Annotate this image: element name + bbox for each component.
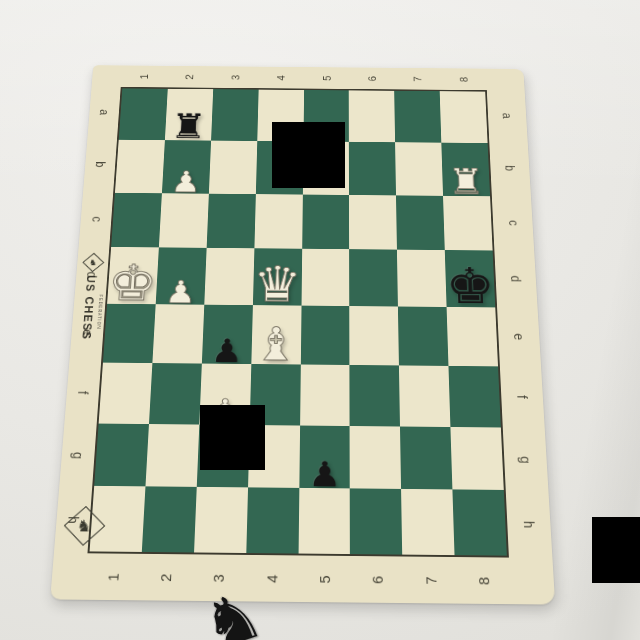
redaction-box-2 bbox=[200, 405, 265, 470]
file-label-right-b: b bbox=[489, 142, 531, 196]
square-e4[interactable]: ♝ bbox=[251, 305, 301, 364]
rank-label-top-7: 7 bbox=[395, 68, 441, 90]
rank-label-top-8-label: 8 bbox=[458, 77, 469, 82]
file-label-right-b-label: b bbox=[504, 165, 517, 171]
square-f5[interactable] bbox=[300, 364, 350, 425]
file-label-left-c-label: c bbox=[90, 216, 103, 222]
square-g1[interactable] bbox=[94, 423, 149, 486]
file-label-right-c-label: c bbox=[506, 220, 519, 226]
square-b7[interactable] bbox=[395, 142, 443, 195]
rank-label-top-3-label: 3 bbox=[230, 75, 241, 80]
rank-label-top-6: 6 bbox=[349, 67, 395, 89]
square-c8[interactable] bbox=[443, 195, 492, 250]
rank-label-top-2: 2 bbox=[166, 66, 213, 88]
square-a7[interactable] bbox=[394, 91, 441, 143]
square-h3[interactable] bbox=[194, 487, 248, 553]
square-d8[interactable]: ♚ bbox=[445, 250, 495, 307]
square-g6[interactable] bbox=[350, 426, 401, 490]
square-d1[interactable]: ♚ bbox=[107, 247, 159, 304]
corner-top-left bbox=[92, 65, 123, 87]
square-e1[interactable] bbox=[103, 304, 156, 363]
rank-label-top-3: 3 bbox=[212, 66, 258, 88]
rank-label-bottom-2-label: 2 bbox=[158, 573, 173, 581]
square-a1[interactable] bbox=[119, 88, 168, 140]
file-label-left-a: a bbox=[87, 87, 120, 139]
file-label-right-e: e bbox=[497, 307, 541, 367]
square-d3[interactable] bbox=[204, 248, 254, 305]
rank-label-bottom-6: 6 bbox=[351, 556, 405, 603]
square-h7[interactable] bbox=[401, 489, 454, 555]
corner-bottom-left bbox=[50, 553, 87, 600]
square-c2[interactable] bbox=[159, 193, 209, 248]
file-label-right-h-label: h bbox=[522, 521, 536, 528]
square-f7[interactable] bbox=[399, 365, 450, 426]
rank-label-top-4-label: 4 bbox=[275, 75, 286, 80]
rank-label-bottom-1: 1 bbox=[84, 553, 140, 600]
rank-label-top-1-label: 1 bbox=[139, 74, 150, 79]
file-label-right-f-label: f bbox=[515, 395, 528, 399]
rank-label-top-4: 4 bbox=[258, 67, 304, 89]
knight-icon: ♞ bbox=[76, 518, 92, 534]
file-label-left-b: b bbox=[83, 138, 117, 191]
square-c7[interactable] bbox=[396, 195, 445, 250]
black-pawn-g5[interactable]: ♟ bbox=[308, 457, 341, 492]
square-a8[interactable] bbox=[440, 91, 488, 143]
black-king-d8[interactable]: ♚ bbox=[445, 261, 496, 310]
square-f1[interactable] bbox=[99, 362, 153, 423]
photo-scene: 12345678♜♟♜♚♟♛♚♟♝♟♟ aabbccddeeffgghh1234… bbox=[0, 0, 640, 640]
file-label-right-a-label: a bbox=[501, 113, 513, 119]
square-d5[interactable] bbox=[301, 249, 350, 306]
square-e2[interactable] bbox=[152, 304, 204, 363]
square-g8[interactable] bbox=[451, 427, 504, 491]
square-c6[interactable] bbox=[349, 195, 397, 250]
square-g7[interactable] bbox=[400, 426, 452, 490]
square-e6[interactable] bbox=[350, 306, 400, 365]
square-b1[interactable] bbox=[115, 140, 165, 193]
file-label-right-a: a bbox=[487, 90, 528, 142]
square-g2[interactable] bbox=[145, 424, 199, 487]
black-pawn-e3[interactable]: ♟ bbox=[210, 335, 243, 368]
square-d6[interactable] bbox=[349, 249, 398, 306]
file-label-right-c: c bbox=[492, 195, 534, 251]
rank-label-top-2-label: 2 bbox=[184, 74, 195, 79]
file-label-right-g: g bbox=[503, 428, 549, 492]
rank-label-top-7-label: 7 bbox=[412, 76, 423, 81]
rank-label-bottom-2: 2 bbox=[137, 554, 192, 601]
rank-label-top-8: 8 bbox=[440, 68, 487, 90]
rank-label-bottom-8-label: 8 bbox=[476, 576, 491, 584]
file-label-right-g-label: g bbox=[519, 456, 533, 463]
rank-label-bottom-8: 8 bbox=[456, 557, 511, 604]
file-label-right-e-label: e bbox=[512, 334, 525, 341]
square-a3[interactable] bbox=[211, 89, 258, 141]
file-label-left-c: c bbox=[79, 191, 114, 246]
square-f6[interactable] bbox=[350, 365, 400, 426]
rank-label-bottom-3-label: 3 bbox=[211, 574, 226, 582]
rank-label-bottom-7: 7 bbox=[403, 557, 457, 604]
file-label-left-f-label: f bbox=[76, 391, 89, 395]
redaction-box-3 bbox=[592, 517, 640, 583]
corner-bottom-right bbox=[509, 558, 555, 605]
file-label-right-h: h bbox=[506, 492, 553, 558]
file-label-left-g: g bbox=[59, 424, 96, 488]
rank-label-bottom-5-label: 5 bbox=[317, 575, 332, 583]
square-a6[interactable] bbox=[349, 90, 395, 142]
square-e5[interactable] bbox=[300, 306, 349, 365]
square-c4[interactable] bbox=[254, 194, 302, 249]
square-e8[interactable] bbox=[447, 307, 498, 366]
square-h5[interactable] bbox=[298, 488, 350, 554]
square-d7[interactable] bbox=[397, 250, 447, 307]
square-c5[interactable] bbox=[302, 194, 350, 249]
white-bishop-e4[interactable]: ♝ bbox=[253, 322, 299, 368]
rank-label-top-5: 5 bbox=[304, 67, 350, 89]
square-f2[interactable] bbox=[149, 363, 202, 424]
square-b8[interactable]: ♜ bbox=[441, 142, 490, 195]
square-a2[interactable]: ♜ bbox=[165, 89, 213, 141]
square-e7[interactable] bbox=[398, 307, 448, 366]
file-label-right-f: f bbox=[500, 367, 545, 429]
square-d2[interactable]: ♟ bbox=[156, 248, 207, 305]
white-queen-d4[interactable]: ♛ bbox=[252, 259, 302, 308]
square-g5[interactable]: ♟ bbox=[299, 425, 350, 489]
redaction-box-1 bbox=[272, 122, 345, 188]
white-pawn-d2[interactable]: ♟ bbox=[164, 276, 197, 307]
square-d4[interactable]: ♛ bbox=[253, 248, 302, 305]
rank-label-bottom-6-label: 6 bbox=[370, 575, 385, 583]
square-f8[interactable] bbox=[449, 366, 501, 427]
rank-label-bottom-1-label: 1 bbox=[105, 573, 120, 581]
square-c1[interactable] bbox=[111, 192, 162, 247]
file-label-left-b-label: b bbox=[94, 162, 107, 168]
square-h8[interactable] bbox=[453, 490, 507, 556]
white-king-d1[interactable]: ♚ bbox=[106, 258, 158, 307]
rank-label-bottom-7-label: 7 bbox=[423, 576, 438, 584]
square-b3[interactable] bbox=[209, 140, 257, 193]
square-h6[interactable] bbox=[350, 489, 402, 555]
square-h2[interactable] bbox=[142, 487, 197, 553]
square-b2[interactable]: ♟ bbox=[162, 140, 211, 193]
file-label-left-f: f bbox=[64, 362, 101, 423]
black-rook-a2[interactable]: ♜ bbox=[170, 109, 207, 143]
rank-label-top-6-label: 6 bbox=[367, 76, 378, 81]
file-label-left-g-label: g bbox=[71, 452, 85, 459]
corner-top-right bbox=[486, 69, 525, 91]
file-label-right-d-label: d bbox=[509, 276, 522, 282]
square-e3[interactable]: ♟ bbox=[202, 305, 253, 364]
rank-label-top-1: 1 bbox=[121, 65, 168, 87]
square-b6[interactable] bbox=[349, 142, 396, 195]
rank-label-bottom-5: 5 bbox=[298, 555, 351, 602]
square-h4[interactable] bbox=[246, 488, 299, 554]
rank-label-bottom-4-label: 4 bbox=[264, 574, 279, 582]
file-label-left-a-label: a bbox=[98, 109, 111, 115]
white-pawn-b2[interactable]: ♟ bbox=[170, 167, 202, 196]
file-label-right-d: d bbox=[494, 250, 537, 308]
rank-label-top-5-label: 5 bbox=[321, 75, 332, 80]
white-rook-b8[interactable]: ♜ bbox=[447, 163, 485, 199]
square-c3[interactable] bbox=[206, 193, 255, 248]
